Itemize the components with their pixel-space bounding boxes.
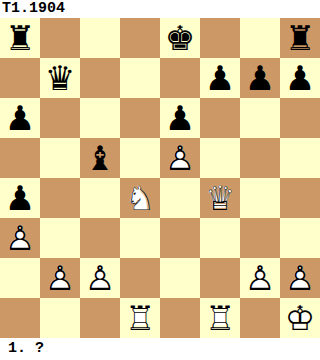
piece-white-pawn: ♙ [80, 258, 120, 298]
piece-white-pawn: ♙ [240, 258, 280, 298]
square-e4[interactable] [160, 178, 200, 218]
square-g1[interactable] [240, 298, 280, 338]
square-c1[interactable] [80, 298, 120, 338]
square-f7[interactable]: ♟ [200, 58, 240, 98]
piece-black-queen: ♛ [40, 58, 80, 98]
piece-black-bishop: ♝ [80, 138, 120, 178]
square-g2[interactable]: ♟♙ [240, 258, 280, 298]
square-c8[interactable] [80, 18, 120, 58]
piece-white-rook: ♖ [200, 298, 240, 338]
square-g3[interactable] [240, 218, 280, 258]
square-h7[interactable]: ♟ [280, 58, 320, 98]
square-h1[interactable]: ♚♔ [280, 298, 320, 338]
square-c6[interactable] [80, 98, 120, 138]
square-f5[interactable] [200, 138, 240, 178]
square-a4[interactable]: ♟ [0, 178, 40, 218]
square-a1[interactable] [0, 298, 40, 338]
square-e5[interactable]: ♟♙ [160, 138, 200, 178]
square-c5[interactable]: ♝ [80, 138, 120, 178]
move-prompt: 1. ? [0, 338, 320, 360]
square-g4[interactable] [240, 178, 280, 218]
piece-black-pawn: ♟ [0, 98, 40, 138]
square-c3[interactable] [80, 218, 120, 258]
chess-board: ♜♚♜♛♟♟♟♟♟♝♟♙♟♞♘♛♕♟♙♟♙♟♙♟♙♟♙♜♖♜♖♚♔ [0, 18, 320, 338]
square-c2[interactable]: ♟♙ [80, 258, 120, 298]
square-e2[interactable] [160, 258, 200, 298]
square-f6[interactable] [200, 98, 240, 138]
square-c4[interactable] [80, 178, 120, 218]
square-e7[interactable] [160, 58, 200, 98]
piece-black-pawn: ♟ [0, 178, 40, 218]
piece-white-king: ♔ [280, 298, 320, 338]
square-a2[interactable] [0, 258, 40, 298]
piece-black-pawn: ♟ [280, 58, 320, 98]
square-d4[interactable]: ♞♘ [120, 178, 160, 218]
square-d7[interactable] [120, 58, 160, 98]
square-d6[interactable] [120, 98, 160, 138]
square-d3[interactable] [120, 218, 160, 258]
square-h2[interactable]: ♟♙ [280, 258, 320, 298]
square-e3[interactable] [160, 218, 200, 258]
square-h5[interactable] [280, 138, 320, 178]
square-f1[interactable]: ♜♖ [200, 298, 240, 338]
piece-white-knight: ♘ [120, 178, 160, 218]
piece-black-pawn: ♟ [200, 58, 240, 98]
square-d5[interactable] [120, 138, 160, 178]
square-a5[interactable] [0, 138, 40, 178]
square-a7[interactable] [0, 58, 40, 98]
square-e1[interactable] [160, 298, 200, 338]
square-f3[interactable] [200, 218, 240, 258]
square-g8[interactable] [240, 18, 280, 58]
square-h6[interactable] [280, 98, 320, 138]
square-f8[interactable] [200, 18, 240, 58]
piece-black-rook: ♜ [280, 18, 320, 58]
square-g5[interactable] [240, 138, 280, 178]
square-b6[interactable] [40, 98, 80, 138]
square-b3[interactable] [40, 218, 80, 258]
square-h4[interactable] [280, 178, 320, 218]
square-b2[interactable]: ♟♙ [40, 258, 80, 298]
square-a3[interactable]: ♟♙ [0, 218, 40, 258]
piece-white-pawn: ♙ [40, 258, 80, 298]
square-h8[interactable]: ♜ [280, 18, 320, 58]
square-g7[interactable]: ♟ [240, 58, 280, 98]
piece-white-queen: ♕ [200, 178, 240, 218]
square-h3[interactable] [280, 218, 320, 258]
piece-white-pawn: ♙ [160, 138, 200, 178]
square-a8[interactable]: ♜ [0, 18, 40, 58]
square-g6[interactable] [240, 98, 280, 138]
piece-black-pawn: ♟ [240, 58, 280, 98]
piece-white-pawn: ♙ [280, 258, 320, 298]
square-b7[interactable]: ♛ [40, 58, 80, 98]
piece-white-rook: ♖ [120, 298, 160, 338]
square-d1[interactable]: ♜♖ [120, 298, 160, 338]
square-e8[interactable]: ♚ [160, 18, 200, 58]
square-d8[interactable] [120, 18, 160, 58]
piece-white-pawn: ♙ [0, 218, 40, 258]
piece-black-king: ♚ [160, 18, 200, 58]
square-f4[interactable]: ♛♕ [200, 178, 240, 218]
square-b1[interactable] [40, 298, 80, 338]
square-a6[interactable]: ♟ [0, 98, 40, 138]
square-b8[interactable] [40, 18, 80, 58]
square-d2[interactable] [120, 258, 160, 298]
puzzle-id: T1.1904 [0, 0, 320, 18]
square-b4[interactable] [40, 178, 80, 218]
square-f2[interactable] [200, 258, 240, 298]
piece-black-rook: ♜ [0, 18, 40, 58]
square-c7[interactable] [80, 58, 120, 98]
piece-black-pawn: ♟ [160, 98, 200, 138]
square-b5[interactable] [40, 138, 80, 178]
square-e6[interactable]: ♟ [160, 98, 200, 138]
